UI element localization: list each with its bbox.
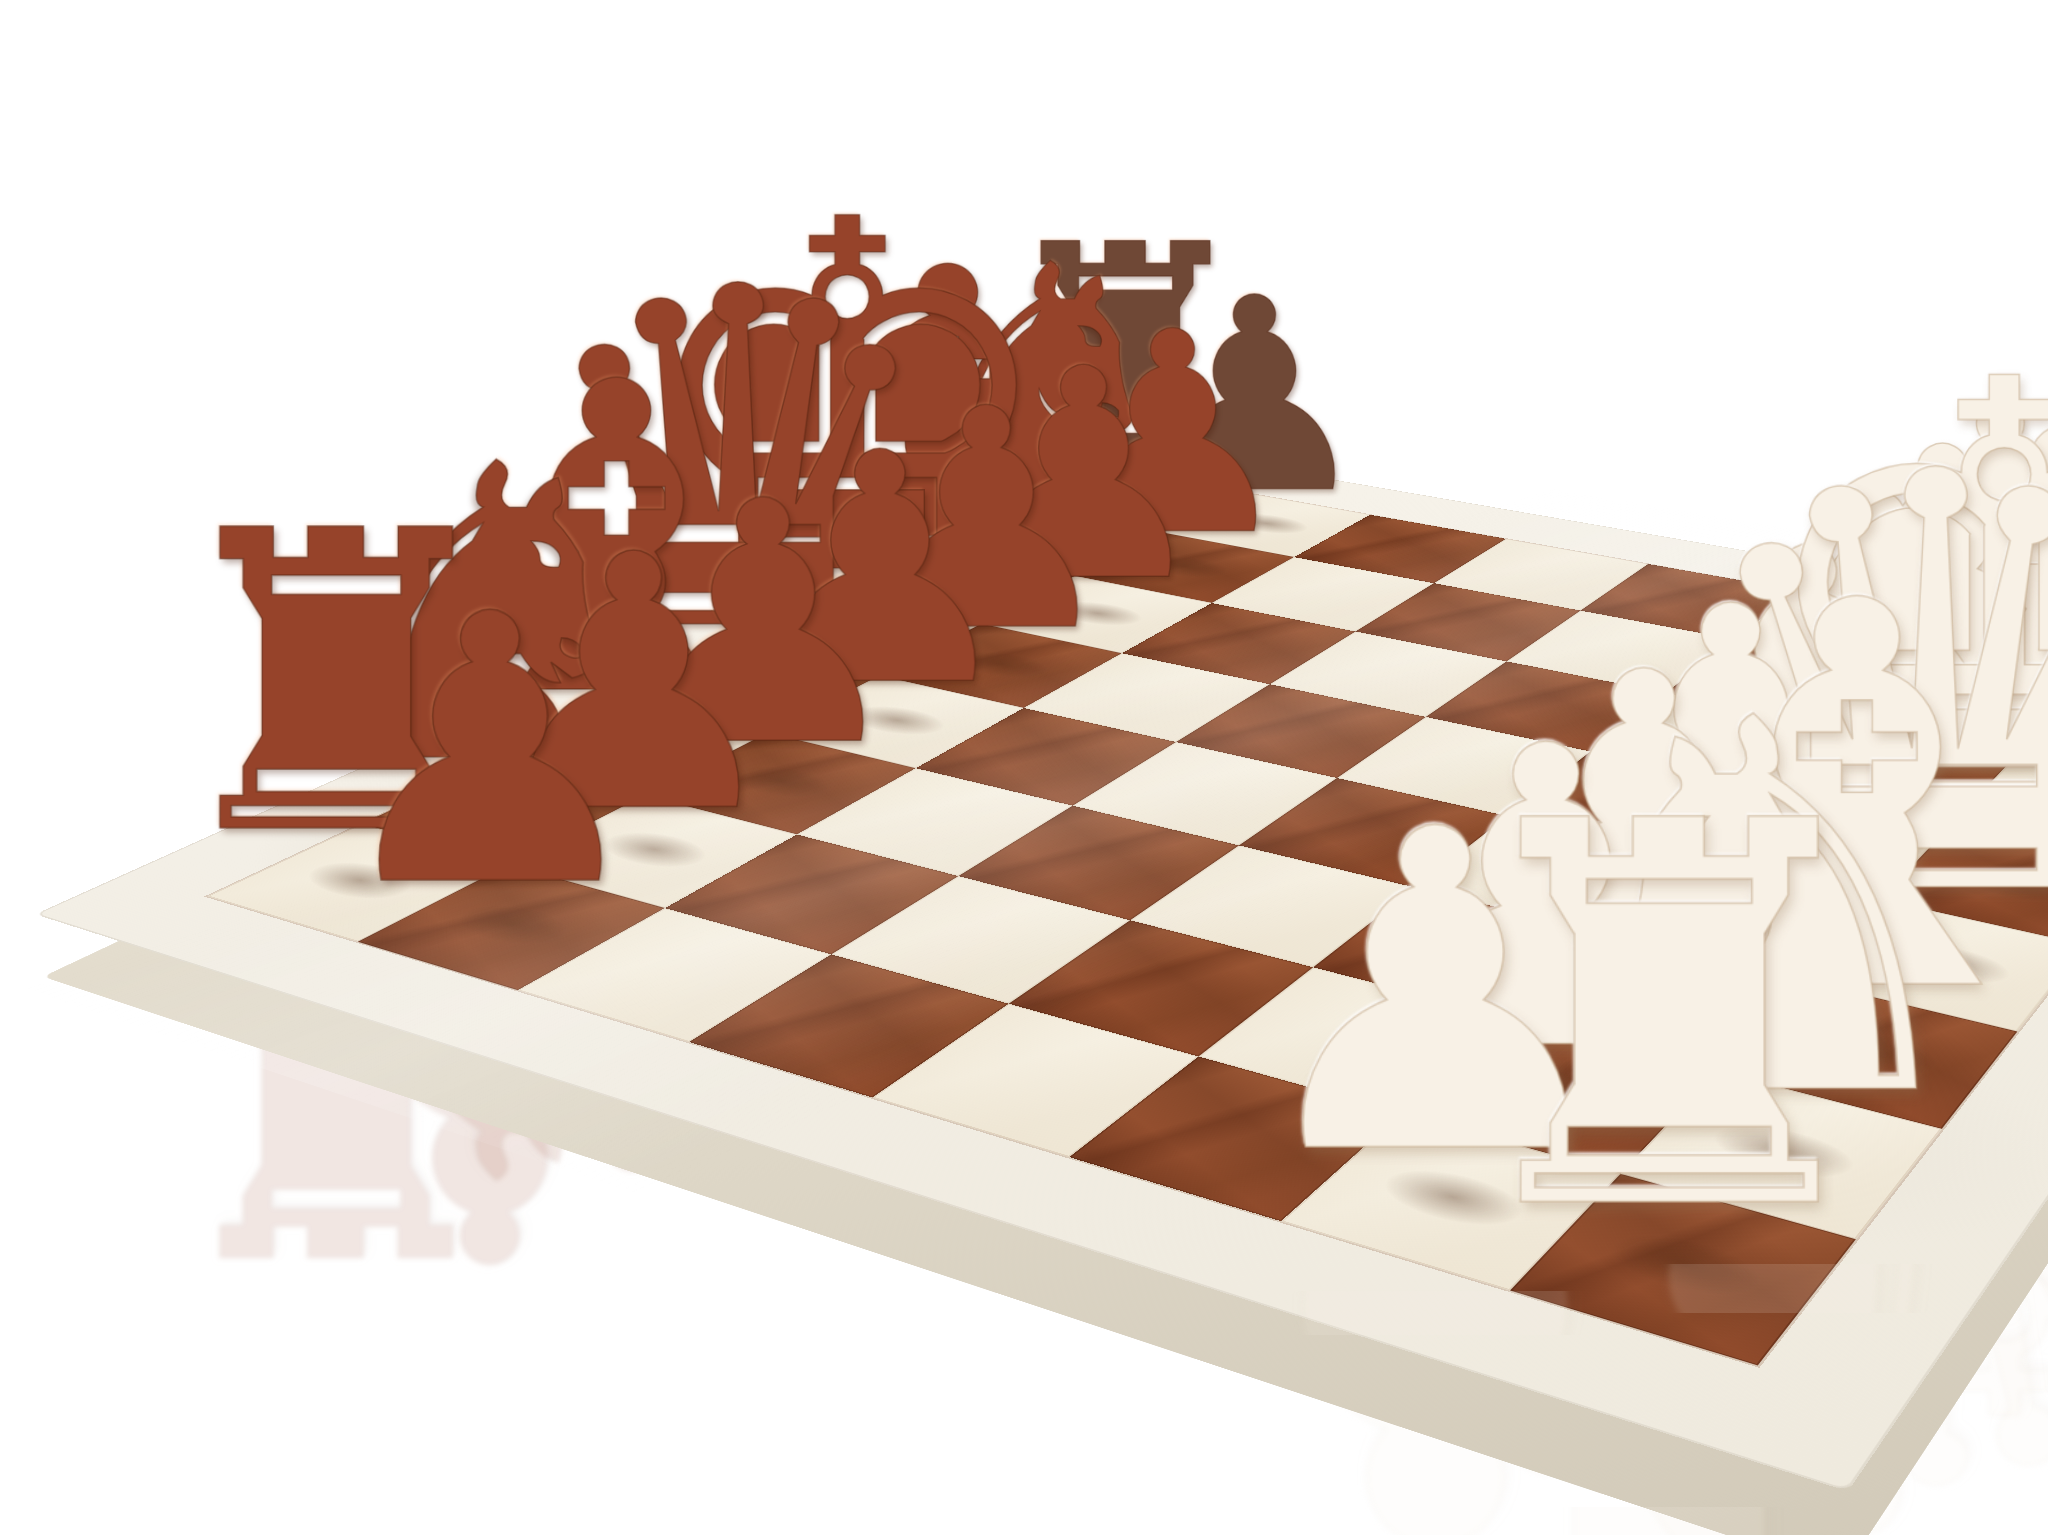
brown-pawn-a7: ♟ [325, 566, 657, 936]
square-a7: ♟♟ [358, 865, 665, 990]
chess-board: ♜♜♟♟♟♟♜♜♞♞♟♟♟♟♞♞♝♝♟♟♟♟♝♝♚♚♟♟♟♟♚♚♛♛♟♟♟♟♛♛… [35, 438, 2048, 1491]
brown-pawn-icon: ♟ [325, 566, 657, 936]
white-rook-icon: ♜ [1433, 755, 1906, 1283]
piece-reflection: ♜ [1433, 1283, 1906, 1535]
board-border: ♜♜♟♟♟♟♜♜♞♞♟♟♟♟♞♞♝♝♟♟♟♟♝♝♚♚♟♟♟♟♚♚♛♛♟♟♟♟♛♛… [35, 438, 2048, 1491]
square-a1: ♜♜ [1510, 1174, 1856, 1366]
product-photo-scene: ♜♜♟♟♟♟♜♜♞♞♟♟♟♟♞♞♝♝♟♟♟♟♝♝♚♚♟♟♟♟♚♚♛♛♟♟♟♟♛♛… [0, 0, 2048, 1535]
white-rook-a1: ♜ [1433, 755, 1906, 1283]
white-rook-reflection-icon: ♜ [1433, 1283, 1906, 1535]
board-grid: ♜♜♟♟♟♟♜♜♞♞♟♟♟♟♞♞♝♝♟♟♟♟♝♝♚♚♟♟♟♟♚♚♛♛♟♟♟♟♛♛… [207, 470, 2048, 1366]
